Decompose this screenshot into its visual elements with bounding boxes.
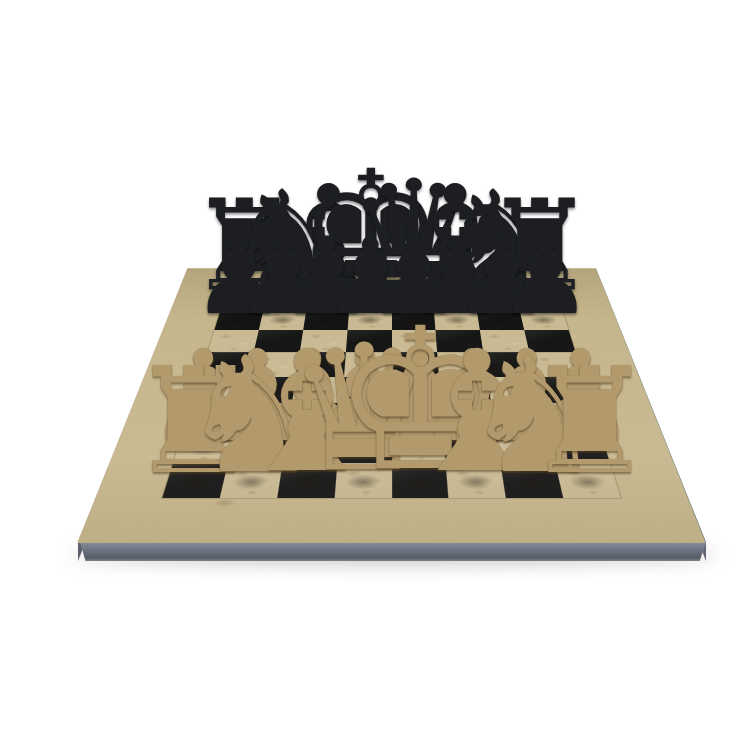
piece-white-rook-h1: ♜ bbox=[524, 349, 655, 495]
board-front-edge bbox=[76, 540, 708, 561]
product-photo: ♜♞♝♚♛♝♞♜♟♟♟♟♟♟♟♟♟♟♟♟♟♟♟♟♜♞♝♛♚♝♞♜ bbox=[0, 0, 755, 755]
